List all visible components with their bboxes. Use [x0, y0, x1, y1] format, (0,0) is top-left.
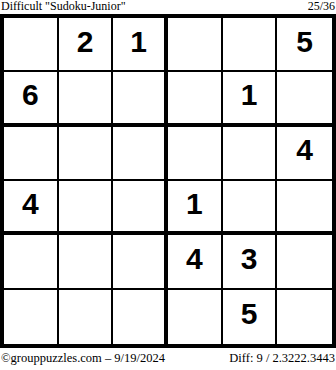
cell-r1c4[interactable] — [168, 18, 223, 72]
cell-r4c1: 4 — [4, 181, 59, 235]
cell-r4c6[interactable] — [277, 181, 332, 235]
cell-r6c2[interactable] — [59, 290, 114, 344]
cell-r5c1[interactable] — [4, 235, 59, 289]
cell-r3c6: 4 — [277, 127, 332, 181]
cell-r2c2[interactable] — [59, 72, 114, 126]
cell-r6c5: 5 — [223, 290, 278, 344]
cell-r4c4: 1 — [168, 181, 223, 235]
cell-r6c4[interactable] — [168, 290, 223, 344]
page-title: Difficult "Sudoku-Junior" — [1, 0, 126, 13]
header: Difficult "Sudoku-Junior" 25/36 — [1, 0, 335, 13]
cell-r6c3[interactable] — [113, 290, 168, 344]
cell-r5c4: 4 — [168, 235, 223, 289]
cell-r1c5[interactable] — [223, 18, 278, 72]
cell-r1c2: 2 — [59, 18, 114, 72]
sudoku-board: 2 1 5 6 1 4 4 1 4 3 5 — [0, 14, 336, 348]
cell-r4c2[interactable] — [59, 181, 114, 235]
puzzle-page: Difficult "Sudoku-Junior" 25/36 2 1 5 6 … — [0, 0, 336, 370]
cell-r5c5: 3 — [223, 235, 278, 289]
cell-r5c3[interactable] — [113, 235, 168, 289]
cell-r1c1[interactable] — [4, 18, 59, 72]
puzzle-counter: 25/36 — [308, 0, 335, 13]
cell-r2c4[interactable] — [168, 72, 223, 126]
cell-r5c6[interactable] — [277, 235, 332, 289]
cell-r2c1: 6 — [4, 72, 59, 126]
cell-r3c3[interactable] — [113, 127, 168, 181]
cell-r3c4[interactable] — [168, 127, 223, 181]
cell-r2c5: 1 — [223, 72, 278, 126]
cell-r6c6[interactable] — [277, 290, 332, 344]
cell-r1c6: 5 — [277, 18, 332, 72]
cell-r2c6[interactable] — [277, 72, 332, 126]
cell-r3c2[interactable] — [59, 127, 114, 181]
copyright-text: ©grouppuzzles.com – 9/19/2024 — [1, 351, 165, 366]
cell-r3c5[interactable] — [223, 127, 278, 181]
cell-r4c3[interactable] — [113, 181, 168, 235]
cell-r5c2[interactable] — [59, 235, 114, 289]
difficulty-text: Diff: 9 / 2.3222.3443 — [229, 351, 335, 366]
cell-r3c1[interactable] — [4, 127, 59, 181]
cell-r2c3[interactable] — [113, 72, 168, 126]
footer: ©grouppuzzles.com – 9/19/2024 Diff: 9 / … — [1, 351, 335, 366]
cell-r6c1[interactable] — [4, 290, 59, 344]
cell-r1c3: 1 — [113, 18, 168, 72]
cell-r4c5[interactable] — [223, 181, 278, 235]
